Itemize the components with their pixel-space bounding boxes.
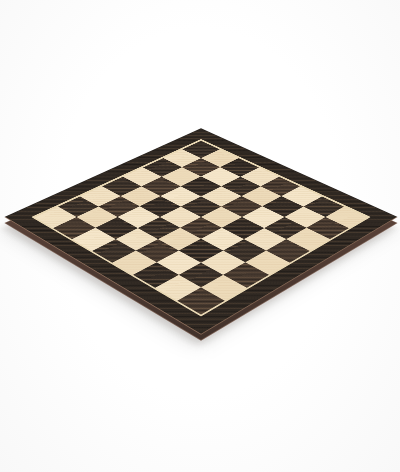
board-grid: [35, 140, 367, 314]
chessboard: [4, 128, 397, 335]
product-photo: [0, 0, 400, 472]
maple-fillet-line: [31, 139, 370, 316]
